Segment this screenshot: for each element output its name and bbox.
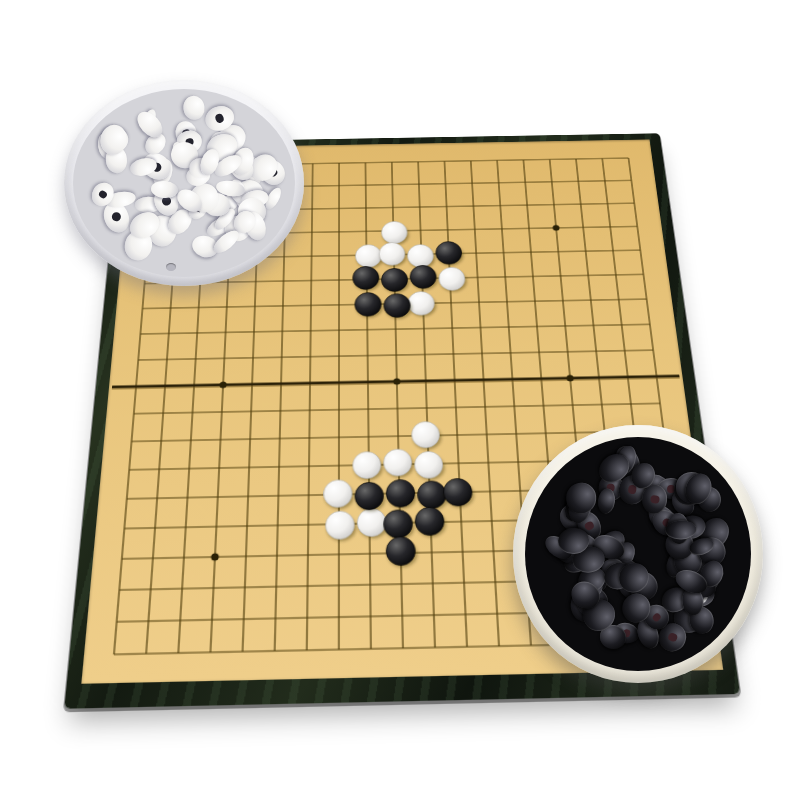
magnet-hole [668, 632, 679, 643]
product-photo-scene [0, 0, 800, 800]
white-stone[interactable] [379, 242, 405, 265]
white-stone[interactable] [355, 244, 381, 267]
star-point [211, 553, 219, 561]
magnet-hole [652, 612, 663, 623]
white-stone[interactable] [357, 508, 386, 537]
black-stone[interactable] [381, 268, 408, 292]
white-bowl-stone[interactable] [181, 94, 205, 120]
black-stone[interactable] [417, 481, 446, 509]
white-stone[interactable] [411, 421, 440, 448]
black-stone[interactable] [355, 482, 384, 510]
magnet-hole [584, 520, 596, 532]
black-stone[interactable] [410, 265, 437, 288]
black-stone[interactable] [415, 507, 445, 536]
magnet-hole [214, 112, 225, 123]
black-stone[interactable] [386, 479, 415, 507]
black-stone[interactable] [386, 536, 416, 565]
black-bowl-stones [525, 437, 751, 671]
black-stone[interactable] [355, 292, 382, 316]
white-stone[interactable] [407, 244, 434, 267]
black-stone[interactable] [383, 510, 412, 539]
magnet-hole [98, 189, 108, 199]
black-stone[interactable] [384, 294, 411, 318]
white-stone[interactable] [326, 511, 355, 540]
white-stone[interactable] [353, 451, 381, 478]
white-stone-bowl[interactable] [64, 80, 304, 286]
star-point [552, 225, 559, 231]
bowl-vent-hole [166, 263, 176, 271]
white-stone[interactable] [414, 451, 443, 478]
white-stone[interactable] [408, 291, 435, 315]
magnet-hole [650, 495, 660, 505]
white-stone[interactable] [383, 449, 412, 476]
white-stone[interactable] [324, 480, 353, 508]
black-stone[interactable] [353, 266, 379, 290]
black-bowl-stone[interactable] [565, 481, 597, 514]
black-stone-bowl[interactable] [513, 425, 763, 683]
magnet-hole [110, 211, 122, 223]
white-bowl-stones [73, 89, 295, 277]
white-stone[interactable] [381, 221, 407, 244]
